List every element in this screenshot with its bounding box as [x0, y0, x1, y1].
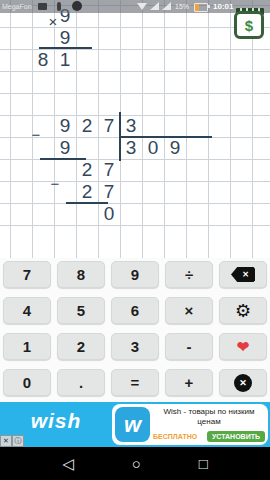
- key-7[interactable]: 7: [3, 261, 51, 288]
- close-icon: ✕: [234, 374, 252, 392]
- dividend-digit-1: 9: [54, 115, 76, 137]
- home-button[interactable]: ○: [132, 456, 141, 471]
- key-minus[interactable]: -: [165, 333, 213, 360]
- android-nav-bar: ◁ ○ □: [0, 447, 270, 480]
- key-plus[interactable]: +: [165, 369, 213, 396]
- quotient-digit-3: 9: [164, 137, 186, 159]
- subtract-step2-digit-2: 7: [98, 181, 120, 203]
- subtract-step1: 9: [54, 137, 76, 159]
- app-screen: 9 × 9 8 1 − 9 2 7 3 9 3 0 9 2 7 − 2 7 0 …: [0, 0, 270, 480]
- notification-icon: [72, 1, 82, 11]
- key-5[interactable]: 5: [57, 297, 105, 324]
- battery-icon: [194, 3, 208, 12]
- key-favorite[interactable]: ❤: [219, 333, 267, 360]
- clock: 10:01: [213, 2, 233, 11]
- ad-title-line1: Wish - товары по низким: [164, 407, 255, 416]
- ad-install-button[interactable]: УСТАНОВИТЬ: [207, 431, 265, 442]
- worksheet-canvas[interactable]: 9 × 9 8 1 − 9 2 7 3 9 3 0 9 2 7 − 2 7 0: [0, 0, 270, 258]
- dividend-digit-3: 7: [98, 115, 120, 137]
- key-4[interactable]: 4: [3, 297, 51, 324]
- wifi-icon: [137, 3, 147, 10]
- ad-card[interactable]: w Wish - товары по низким ценам БЕСПЛАТН…: [112, 404, 268, 445]
- dividend-digit-2: 2: [76, 115, 98, 137]
- ad-banner[interactable]: wish w Wish - товары по низким ценам БЕС…: [0, 402, 270, 447]
- subtract-step2-digit-1: 2: [76, 181, 98, 203]
- ad-close-icon[interactable]: ✕: [0, 435, 12, 447]
- key-9[interactable]: 9: [111, 261, 159, 288]
- backspace-icon: ✕: [231, 267, 255, 282]
- key-8[interactable]: 8: [57, 261, 105, 288]
- key-multiply[interactable]: ×: [165, 297, 213, 324]
- battery-percent: 15%: [175, 3, 189, 10]
- key-settings[interactable]: ⚙: [219, 297, 267, 324]
- recents-button[interactable]: □: [199, 456, 208, 471]
- key-3[interactable]: 3: [111, 333, 159, 360]
- heart-icon: ❤: [237, 339, 250, 354]
- gear-icon: ⚙: [235, 302, 251, 320]
- keypad: 7 8 9 ÷ ✕ 4 5 6 × ⚙ 1 2 3 - ❤ 0 . = + ✕: [0, 258, 270, 402]
- ad-free-label: БЕСПЛАТНО: [153, 433, 197, 440]
- key-close[interactable]: ✕: [219, 369, 267, 396]
- key-6[interactable]: 6: [111, 297, 159, 324]
- status-bar: MegaFon 15% 10:01: [0, 0, 270, 13]
- product-tens: 8: [32, 49, 54, 71]
- back-button[interactable]: ◁: [62, 456, 74, 471]
- carrier-label: MegaFon: [2, 3, 32, 10]
- minus-sign-1: −: [28, 126, 44, 144]
- key-equals[interactable]: =: [111, 369, 159, 396]
- key-1[interactable]: 1: [3, 333, 51, 360]
- wish-logo: wish: [0, 409, 112, 433]
- notification-icon: [38, 3, 47, 10]
- money-button[interactable]: $: [234, 11, 264, 39]
- ad-bottom-row: БЕСПЛАТНО УСТАНОВИТЬ: [153, 431, 265, 442]
- cell-signal-icon: [162, 2, 171, 10]
- quotient-digit-2: 0: [142, 137, 164, 159]
- ad-title: Wish - товары по низким ценам: [153, 407, 265, 427]
- quotient-digit-1: 3: [120, 137, 142, 159]
- key-backspace[interactable]: ✕: [219, 261, 267, 288]
- bring-down-digit-1: 2: [76, 159, 98, 181]
- key-divide[interactable]: ÷: [165, 261, 213, 288]
- key-0[interactable]: 0: [3, 369, 51, 396]
- product-ones: 1: [54, 49, 76, 71]
- notification-icon: [57, 2, 61, 11]
- dollar-icon: $: [245, 17, 253, 34]
- ad-info-icon[interactable]: ⓘ: [12, 435, 24, 447]
- minus-sign-2: −: [47, 175, 63, 193]
- ad-controls: ✕ ⓘ: [0, 435, 24, 447]
- mult-bottom-digit: 9: [54, 27, 76, 49]
- ad-title-line2: ценам: [197, 417, 220, 426]
- wish-app-icon: w: [115, 407, 150, 442]
- divisor-digit: 3: [120, 115, 142, 137]
- cell-signal-icon: [150, 2, 159, 10]
- key-2[interactable]: 2: [57, 333, 105, 360]
- bring-down-digit-2: 7: [98, 159, 120, 181]
- key-dot[interactable]: .: [57, 369, 105, 396]
- remainder-digit: 0: [98, 203, 120, 225]
